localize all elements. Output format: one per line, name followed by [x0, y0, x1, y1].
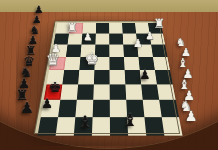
- white-pawn-a2[interactable]: ♟: [146, 31, 155, 41]
- square-g4[interactable]: [64, 57, 80, 70]
- square-g6[interactable]: [60, 84, 78, 100]
- square-e2[interactable]: [95, 33, 109, 44]
- black-pawn-b5[interactable]: ♟: [140, 69, 151, 81]
- black-king-h6[interactable]: ♚: [49, 80, 62, 94]
- square-f5[interactable]: [78, 70, 94, 84]
- square-a4[interactable]: [153, 57, 170, 70]
- white-queen-h4[interactable]: ♛: [46, 52, 60, 68]
- square-e1[interactable]: [96, 23, 109, 33]
- chess-game-screen: ♜♜♟♟♟♟♚♛♟♚♟♝♝ ♟♟♞♟♜♛♞♟♜♟ ♞♟♝♟♝♟♞♟: [0, 0, 218, 150]
- square-f6[interactable]: [77, 84, 94, 100]
- white-rook-a1[interactable]: ♜: [153, 17, 165, 30]
- square-a6[interactable]: [157, 84, 176, 100]
- square-c4[interactable]: [124, 57, 140, 70]
- white-pawn-f2[interactable]: ♟: [84, 32, 93, 42]
- square-d4[interactable]: [109, 57, 124, 70]
- square-a7[interactable]: [159, 100, 179, 117]
- square-e5[interactable]: [94, 70, 110, 84]
- square-e7[interactable]: [93, 100, 110, 117]
- square-g3[interactable]: [66, 45, 82, 57]
- square-g8[interactable]: [56, 117, 76, 136]
- black-pawn-h7[interactable]: ♟: [41, 97, 53, 110]
- square-a5[interactable]: [155, 70, 173, 84]
- white-rook-g1[interactable]: ♜: [66, 21, 78, 34]
- square-e6[interactable]: [93, 84, 109, 100]
- square-a3[interactable]: [151, 45, 167, 57]
- square-e8[interactable]: [92, 117, 110, 136]
- square-d5[interactable]: [110, 70, 126, 84]
- square-a8[interactable]: [162, 117, 183, 136]
- white-pawn-b3[interactable]: ♟: [133, 38, 143, 49]
- captured-black-pawn-10: ♟: [20, 101, 33, 116]
- square-c1[interactable]: [122, 23, 136, 33]
- square-d1[interactable]: [109, 23, 122, 33]
- black-bishop-c8[interactable]: ♝: [122, 112, 137, 129]
- square-d6[interactable]: [110, 84, 127, 100]
- captured-white-pawn-8: ♟: [185, 109, 198, 123]
- square-d3[interactable]: [109, 45, 124, 57]
- square-g7[interactable]: [58, 100, 77, 117]
- chess-board: [35, 22, 179, 133]
- square-d2[interactable]: [109, 33, 123, 44]
- white-king-e4[interactable]: ♚: [85, 51, 99, 67]
- square-g5[interactable]: [62, 70, 79, 84]
- black-bishop-f8[interactable]: ♝: [77, 114, 92, 131]
- square-g2[interactable]: [68, 33, 83, 44]
- square-c6[interactable]: [125, 84, 142, 100]
